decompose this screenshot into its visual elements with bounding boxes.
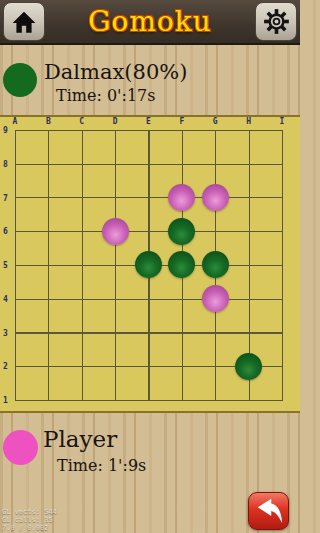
ai-name: Dalmax(80%) (44, 60, 187, 84)
intersection-H6[interactable] (232, 214, 265, 248)
intersection-A8[interactable] (0, 147, 32, 181)
player-time: Time: 1':9s (57, 456, 146, 475)
gl-debug-line: GL calls: 35 (2, 516, 57, 524)
intersection-I8[interactable] (265, 147, 298, 181)
intersection-F7[interactable] (165, 181, 198, 215)
intersection-H1[interactable] (232, 383, 265, 417)
intersection-I7[interactable] (265, 181, 298, 215)
intersection-G3[interactable] (199, 316, 232, 350)
intersection-I5[interactable] (265, 248, 298, 282)
intersection-I4[interactable] (265, 282, 298, 316)
intersection-D8[interactable] (98, 147, 131, 181)
home-icon (11, 9, 37, 35)
settings-button[interactable] (255, 2, 297, 41)
intersection-G6[interactable] (199, 214, 232, 248)
pink-stone-D6 (102, 218, 129, 245)
intersection-C8[interactable] (65, 147, 98, 181)
intersection-D5[interactable] (98, 248, 131, 282)
intersection-B6[interactable] (32, 214, 65, 248)
intersection-A9[interactable] (0, 113, 32, 147)
intersection-D4[interactable] (98, 282, 131, 316)
intersection-B5[interactable] (32, 248, 65, 282)
intersection-A7[interactable] (0, 181, 32, 215)
intersection-D9[interactable] (98, 113, 131, 147)
intersection-E5[interactable] (132, 248, 165, 282)
intersection-A2[interactable] (0, 349, 32, 383)
intersection-C7[interactable] (65, 181, 98, 215)
intersection-D7[interactable] (98, 181, 131, 215)
intersection-B4[interactable] (32, 282, 65, 316)
intersection-D1[interactable] (98, 383, 131, 417)
intersection-I9[interactable] (265, 113, 298, 147)
intersection-E1[interactable] (132, 383, 165, 417)
pink-stone-F7 (168, 184, 195, 211)
intersection-C1[interactable] (65, 383, 98, 417)
green-stone-E5 (135, 251, 162, 278)
intersection-H4[interactable] (232, 282, 265, 316)
green-stone-F6 (168, 218, 195, 245)
green-stone-H2 (235, 353, 262, 380)
intersection-E7[interactable] (132, 181, 165, 215)
intersection-I6[interactable] (265, 214, 298, 248)
top-bar: Gomoku (0, 0, 300, 45)
intersection-F8[interactable] (165, 147, 198, 181)
intersection-F6[interactable] (165, 214, 198, 248)
intersection-G1[interactable] (199, 383, 232, 417)
intersection-B1[interactable] (32, 383, 65, 417)
intersection-F1[interactable] (165, 383, 198, 417)
board-cells (0, 113, 299, 417)
intersection-A6[interactable] (0, 214, 32, 248)
intersection-F5[interactable] (165, 248, 198, 282)
player-name: Player (43, 426, 117, 452)
gear-icon (263, 8, 290, 35)
intersection-E9[interactable] (132, 113, 165, 147)
intersection-B8[interactable] (32, 147, 65, 181)
home-button[interactable] (3, 2, 45, 41)
intersection-F4[interactable] (165, 282, 198, 316)
undo-button[interactable] (248, 492, 289, 530)
intersection-C2[interactable] (65, 349, 98, 383)
player-stone-indicator (3, 430, 38, 465)
intersection-E8[interactable] (132, 147, 165, 181)
intersection-H5[interactable] (232, 248, 265, 282)
intersection-D2[interactable] (98, 349, 131, 383)
intersection-H9[interactable] (232, 113, 265, 147)
intersection-F9[interactable] (165, 113, 198, 147)
green-stone-F5 (168, 251, 195, 278)
ai-time: Time: 0':17s (56, 86, 155, 105)
intersection-G2[interactable] (199, 349, 232, 383)
intersection-B2[interactable] (32, 349, 65, 383)
intersection-E4[interactable] (132, 282, 165, 316)
intersection-A3[interactable] (0, 316, 32, 350)
intersection-B9[interactable] (32, 113, 65, 147)
intersection-I1[interactable] (265, 383, 298, 417)
ai-stone-indicator (3, 63, 37, 97)
gl-debug-overlay: GL vects: 544GL calls: 357.0 / 0.002 (2, 508, 57, 532)
intersection-E2[interactable] (132, 349, 165, 383)
intersection-A5[interactable] (0, 248, 32, 282)
intersection-B7[interactable] (32, 181, 65, 215)
intersection-H7[interactable] (232, 181, 265, 215)
intersection-C6[interactable] (65, 214, 98, 248)
intersection-A4[interactable] (0, 282, 32, 316)
intersection-H8[interactable] (232, 147, 265, 181)
intersection-C3[interactable] (65, 316, 98, 350)
intersection-D3[interactable] (98, 316, 131, 350)
intersection-B3[interactable] (32, 316, 65, 350)
intersection-F3[interactable] (165, 316, 198, 350)
intersection-H2[interactable] (232, 349, 265, 383)
intersection-A1[interactable] (0, 383, 32, 417)
intersection-G9[interactable] (199, 113, 232, 147)
intersection-F2[interactable] (165, 349, 198, 383)
intersection-C4[interactable] (65, 282, 98, 316)
pink-stone-G7 (202, 184, 229, 211)
intersection-C9[interactable] (65, 113, 98, 147)
intersection-E3[interactable] (132, 316, 165, 350)
pink-stone-G4 (202, 285, 229, 312)
intersection-G4[interactable] (199, 282, 232, 316)
intersection-H3[interactable] (232, 316, 265, 350)
gomoku-board: ABCDEFGHI987654321 (0, 115, 300, 413)
intersection-G8[interactable] (199, 147, 232, 181)
intersection-I2[interactable] (265, 349, 298, 383)
app-title: Gomoku (88, 5, 212, 38)
undo-arrow-icon (252, 496, 286, 526)
green-stone-G5 (202, 251, 229, 278)
intersection-C5[interactable] (65, 248, 98, 282)
intersection-D6[interactable] (98, 214, 131, 248)
gl-debug-line: GL vects: 544 (2, 508, 57, 516)
intersection-E6[interactable] (132, 214, 165, 248)
intersection-G5[interactable] (199, 248, 232, 282)
gl-debug-line: 7.0 / 0.002 (2, 524, 57, 532)
intersection-I3[interactable] (265, 316, 298, 350)
intersection-G7[interactable] (199, 181, 232, 215)
